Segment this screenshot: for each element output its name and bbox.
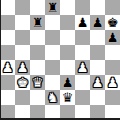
board-left-edge [0,0,1,120]
square-a2[interactable] [0,90,15,105]
square-e6[interactable] [60,30,75,45]
black-pawn-piece: ♟ [62,75,74,90]
square-g3[interactable]: ♟ [90,75,105,90]
square-d7[interactable] [45,15,60,30]
square-c2[interactable] [30,90,45,105]
square-a4[interactable]: ♟ [0,60,15,75]
white-pawn-piece: ♟ [2,60,14,75]
square-f3[interactable] [75,75,90,90]
square-b4[interactable]: ♟ [15,60,30,75]
square-a6[interactable] [0,30,15,45]
square-h4[interactable] [105,60,120,75]
black-rook-piece: ♜ [32,15,44,30]
board-bottom-edge [0,118,120,120]
square-e5[interactable] [60,45,75,60]
square-e2[interactable]: ♛ [60,90,75,105]
square-b8[interactable] [15,0,30,15]
square-e4[interactable] [60,60,75,75]
square-h6[interactable]: ♟ [105,30,120,45]
black-pawn-piece: ♟ [92,15,104,30]
square-c6[interactable] [30,30,45,45]
square-b6[interactable] [15,30,30,45]
square-g2[interactable] [90,90,105,105]
square-g5[interactable] [90,45,105,60]
chess-diagram: ♜♜♟♟♚♟♟♟♟♚♛♟♟♟♞♛ [0,0,120,120]
square-a8[interactable] [0,0,15,15]
square-e8[interactable] [60,0,75,15]
square-g7[interactable]: ♟ [90,15,105,30]
square-d5[interactable] [45,45,60,60]
square-d4[interactable] [45,60,60,75]
square-e7[interactable] [60,15,75,30]
square-f2[interactable] [75,90,90,105]
square-e3[interactable]: ♟ [60,75,75,90]
square-c5[interactable] [30,45,45,60]
square-f7[interactable]: ♟ [75,15,90,30]
square-f6[interactable] [75,30,90,45]
square-d6[interactable] [45,30,60,45]
black-king-piece: ♚ [107,15,119,30]
square-f8[interactable] [75,0,90,15]
square-b2[interactable] [15,90,30,105]
square-h5[interactable] [105,45,120,60]
square-d3[interactable] [45,75,60,90]
white-knight-piece: ♞ [47,90,59,105]
chess-board: ♜♜♟♟♚♟♟♟♟♚♛♟♟♟♞♛ [0,0,120,120]
black-pawn-piece: ♟ [77,15,89,30]
black-rook-piece: ♜ [47,0,59,15]
square-h7[interactable]: ♚ [105,15,120,30]
square-a5[interactable] [0,45,15,60]
white-king-piece: ♚ [17,75,29,90]
square-h3[interactable]: ♟ [105,75,120,90]
white-pawn-piece: ♟ [107,75,119,90]
white-pawn-piece: ♟ [17,60,29,75]
square-a3[interactable] [0,75,15,90]
square-c4[interactable] [30,60,45,75]
square-f5[interactable] [75,45,90,60]
square-d2[interactable]: ♞ [45,90,60,105]
square-g6[interactable] [90,30,105,45]
square-a7[interactable] [0,15,15,30]
white-pawn-piece: ♟ [77,60,89,75]
square-f4[interactable]: ♟ [75,60,90,75]
square-h2[interactable] [105,90,120,105]
square-c8[interactable] [30,0,45,15]
square-b7[interactable] [15,15,30,30]
white-pawn-piece: ♟ [92,75,104,90]
square-c7[interactable]: ♜ [30,15,45,30]
square-b3[interactable]: ♚ [15,75,30,90]
square-h8[interactable] [105,0,120,15]
black-queen-piece: ♛ [62,90,74,105]
square-d8[interactable]: ♜ [45,0,60,15]
square-g4[interactable] [90,60,105,75]
square-b5[interactable] [15,45,30,60]
square-g8[interactable] [90,0,105,15]
black-pawn-piece: ♟ [107,30,119,45]
square-c3[interactable]: ♛ [30,75,45,90]
white-queen-piece: ♛ [32,75,44,90]
